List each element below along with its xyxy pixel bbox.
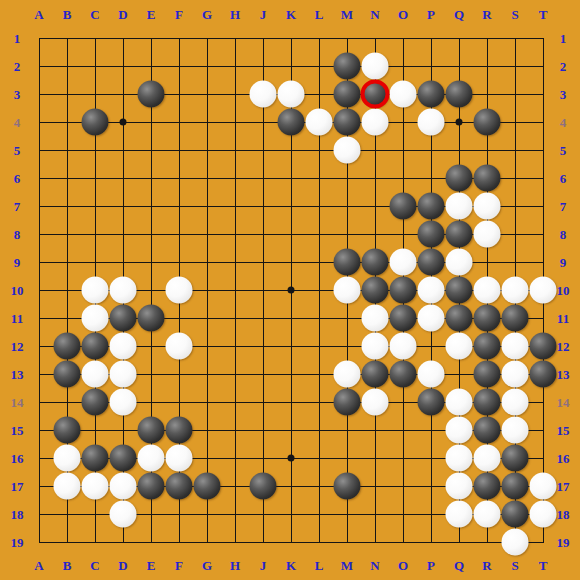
white-stone <box>110 333 137 360</box>
coordinate-label-bottom: E <box>147 559 156 572</box>
white-stone <box>110 361 137 388</box>
coordinate-label-top: T <box>539 8 548 21</box>
coordinate-label-bottom: Q <box>454 559 464 572</box>
star-point <box>456 119 463 126</box>
black-stone <box>502 473 529 500</box>
black-stone <box>250 473 277 500</box>
coordinate-label-right: 6 <box>560 172 567 185</box>
white-stone <box>446 249 473 276</box>
white-stone <box>418 361 445 388</box>
black-stone <box>474 389 501 416</box>
coordinate-label-top: K <box>286 8 296 21</box>
white-stone <box>474 277 501 304</box>
black-stone <box>390 277 417 304</box>
black-stone <box>418 249 445 276</box>
black-stone <box>54 333 81 360</box>
coordinate-label-bottom: B <box>63 559 72 572</box>
black-stone <box>530 333 557 360</box>
coordinate-label-top: M <box>341 8 353 21</box>
white-stone <box>334 137 361 164</box>
coordinate-label-right: 10 <box>557 284 570 297</box>
white-stone <box>82 305 109 332</box>
coordinate-label-top: B <box>63 8 72 21</box>
black-stone <box>54 361 81 388</box>
white-stone <box>166 333 193 360</box>
coordinate-label-left: 9 <box>14 256 21 269</box>
coordinate-label-top: Q <box>454 8 464 21</box>
coordinate-label-bottom: O <box>398 559 408 572</box>
white-stone <box>474 445 501 472</box>
coordinate-label-left: 19 <box>11 536 24 549</box>
white-stone <box>362 109 389 136</box>
white-stone <box>82 361 109 388</box>
black-stone <box>418 221 445 248</box>
coordinate-label-right: 7 <box>560 200 567 213</box>
white-stone <box>446 333 473 360</box>
coordinate-label-left: 3 <box>14 88 21 101</box>
coordinate-label-bottom: D <box>118 559 127 572</box>
white-stone <box>502 333 529 360</box>
white-stone <box>82 473 109 500</box>
white-stone <box>446 445 473 472</box>
coordinate-label-top: S <box>511 8 518 21</box>
white-stone <box>54 445 81 472</box>
black-stone <box>474 305 501 332</box>
coordinate-label-bottom: J <box>260 559 267 572</box>
coordinate-label-top: C <box>90 8 99 21</box>
white-stone <box>334 277 361 304</box>
coordinate-label-top: F <box>175 8 183 21</box>
black-stone <box>166 417 193 444</box>
white-stone <box>502 277 529 304</box>
black-stone <box>474 417 501 444</box>
black-stone <box>82 109 109 136</box>
white-stone <box>502 389 529 416</box>
black-stone <box>334 249 361 276</box>
white-stone <box>138 445 165 472</box>
white-stone <box>418 109 445 136</box>
black-stone <box>418 389 445 416</box>
coordinate-label-top: N <box>370 8 379 21</box>
coordinate-label-right: 13 <box>557 368 570 381</box>
white-stone <box>502 417 529 444</box>
coordinate-label-right: 3 <box>560 88 567 101</box>
coordinate-label-right: 18 <box>557 508 570 521</box>
black-stone <box>82 389 109 416</box>
black-stone <box>418 193 445 220</box>
coordinate-label-top: P <box>427 8 435 21</box>
coordinate-label-right: 11 <box>557 312 569 325</box>
black-stone <box>334 109 361 136</box>
white-stone <box>110 389 137 416</box>
coordinate-label-left: 4 <box>14 116 21 129</box>
black-stone <box>334 81 361 108</box>
coordinate-label-bottom: R <box>482 559 491 572</box>
white-stone <box>362 53 389 80</box>
coordinate-label-right: 19 <box>557 536 570 549</box>
black-stone <box>362 361 389 388</box>
coordinate-label-bottom: M <box>341 559 353 572</box>
black-stone <box>138 473 165 500</box>
black-stone <box>390 361 417 388</box>
black-stone <box>334 53 361 80</box>
white-stone <box>530 277 557 304</box>
star-point <box>288 455 295 462</box>
black-stone <box>110 305 137 332</box>
black-stone <box>446 81 473 108</box>
white-stone <box>278 81 305 108</box>
black-stone <box>362 277 389 304</box>
white-stone <box>418 305 445 332</box>
coordinate-label-right: 16 <box>557 452 570 465</box>
white-stone <box>390 333 417 360</box>
white-stone <box>110 277 137 304</box>
black-stone <box>138 305 165 332</box>
coordinate-label-left: 13 <box>11 368 24 381</box>
black-stone <box>446 305 473 332</box>
black-stone <box>530 361 557 388</box>
white-stone <box>110 473 137 500</box>
white-stone <box>446 473 473 500</box>
coordinate-label-top: L <box>315 8 324 21</box>
star-point <box>120 119 127 126</box>
white-stone <box>166 277 193 304</box>
coordinate-label-bottom: P <box>427 559 435 572</box>
coordinate-label-bottom: H <box>230 559 240 572</box>
black-stone <box>474 473 501 500</box>
black-stone <box>390 305 417 332</box>
black-stone <box>362 249 389 276</box>
coordinate-label-bottom: T <box>539 559 548 572</box>
last-move-marker <box>361 80 390 109</box>
coordinate-label-top: R <box>482 8 491 21</box>
white-stone <box>446 389 473 416</box>
coordinate-label-left: 11 <box>11 312 23 325</box>
white-stone <box>418 277 445 304</box>
black-stone <box>82 333 109 360</box>
white-stone <box>446 501 473 528</box>
black-stone <box>194 473 221 500</box>
coordinate-label-right: 12 <box>557 340 570 353</box>
coordinate-label-bottom: F <box>175 559 183 572</box>
black-stone <box>446 277 473 304</box>
white-stone <box>390 81 417 108</box>
coordinate-label-left: 2 <box>14 60 21 73</box>
black-stone <box>474 333 501 360</box>
black-stone <box>278 109 305 136</box>
black-stone <box>502 501 529 528</box>
coordinate-label-right: 5 <box>560 144 567 157</box>
coordinate-label-left: 5 <box>14 144 21 157</box>
coordinate-label-left: 17 <box>11 480 24 493</box>
white-stone <box>250 81 277 108</box>
coordinate-label-left: 18 <box>11 508 24 521</box>
coordinate-label-left: 7 <box>14 200 21 213</box>
coordinate-label-right: 2 <box>560 60 567 73</box>
coordinate-label-left: 12 <box>11 340 24 353</box>
black-stone <box>334 389 361 416</box>
coordinate-label-right: 9 <box>560 256 567 269</box>
coordinate-label-bottom: K <box>286 559 296 572</box>
white-stone <box>110 501 137 528</box>
white-stone <box>502 529 529 556</box>
coordinate-label-top: E <box>147 8 156 21</box>
coordinate-label-left: 16 <box>11 452 24 465</box>
black-stone <box>390 193 417 220</box>
coordinate-label-bottom: C <box>90 559 99 572</box>
coordinate-label-left: 14 <box>11 396 24 409</box>
coordinate-label-top: A <box>34 8 43 21</box>
black-stone <box>166 473 193 500</box>
black-stone <box>502 305 529 332</box>
coordinate-label-left: 6 <box>14 172 21 185</box>
black-stone <box>446 221 473 248</box>
coordinate-label-top: D <box>118 8 127 21</box>
white-stone <box>82 277 109 304</box>
star-point <box>288 287 295 294</box>
coordinate-label-top: G <box>202 8 212 21</box>
go-board[interactable]: AABBCCDDEEFFGGHHJJKKLLMMNNOOPPQQRRSSTT11… <box>0 0 580 580</box>
black-stone <box>474 165 501 192</box>
black-stone <box>474 109 501 136</box>
coordinate-label-right: 17 <box>557 480 570 493</box>
white-stone <box>334 361 361 388</box>
coordinate-label-right: 14 <box>557 396 570 409</box>
black-stone <box>502 445 529 472</box>
coordinate-label-top: O <box>398 8 408 21</box>
white-stone <box>530 501 557 528</box>
white-stone <box>54 473 81 500</box>
white-stone <box>390 249 417 276</box>
coordinate-label-left: 8 <box>14 228 21 241</box>
white-stone <box>502 361 529 388</box>
black-stone <box>334 473 361 500</box>
black-stone <box>110 445 137 472</box>
coordinate-label-right: 1 <box>560 32 567 45</box>
white-stone <box>306 109 333 136</box>
black-stone <box>54 417 81 444</box>
coordinate-label-top: J <box>260 8 267 21</box>
white-stone <box>446 417 473 444</box>
coordinate-label-bottom: A <box>34 559 43 572</box>
white-stone <box>530 473 557 500</box>
black-stone <box>138 81 165 108</box>
coordinate-label-top: H <box>230 8 240 21</box>
coordinate-label-bottom: G <box>202 559 212 572</box>
coordinate-label-left: 15 <box>11 424 24 437</box>
coordinate-label-right: 8 <box>560 228 567 241</box>
white-stone <box>446 193 473 220</box>
coordinate-label-right: 15 <box>557 424 570 437</box>
white-stone <box>474 501 501 528</box>
coordinate-label-right: 4 <box>560 116 567 129</box>
white-stone <box>474 193 501 220</box>
white-stone <box>166 445 193 472</box>
white-stone <box>362 305 389 332</box>
white-stone <box>362 389 389 416</box>
white-stone <box>474 221 501 248</box>
coordinate-label-left: 1 <box>14 32 21 45</box>
coordinate-label-bottom: L <box>315 559 324 572</box>
white-stone <box>362 333 389 360</box>
black-stone <box>446 165 473 192</box>
coordinate-label-bottom: N <box>370 559 379 572</box>
black-stone <box>138 417 165 444</box>
black-stone <box>474 361 501 388</box>
black-stone <box>82 445 109 472</box>
black-stone <box>418 81 445 108</box>
coordinate-label-bottom: S <box>511 559 518 572</box>
coordinate-label-left: 10 <box>11 284 24 297</box>
